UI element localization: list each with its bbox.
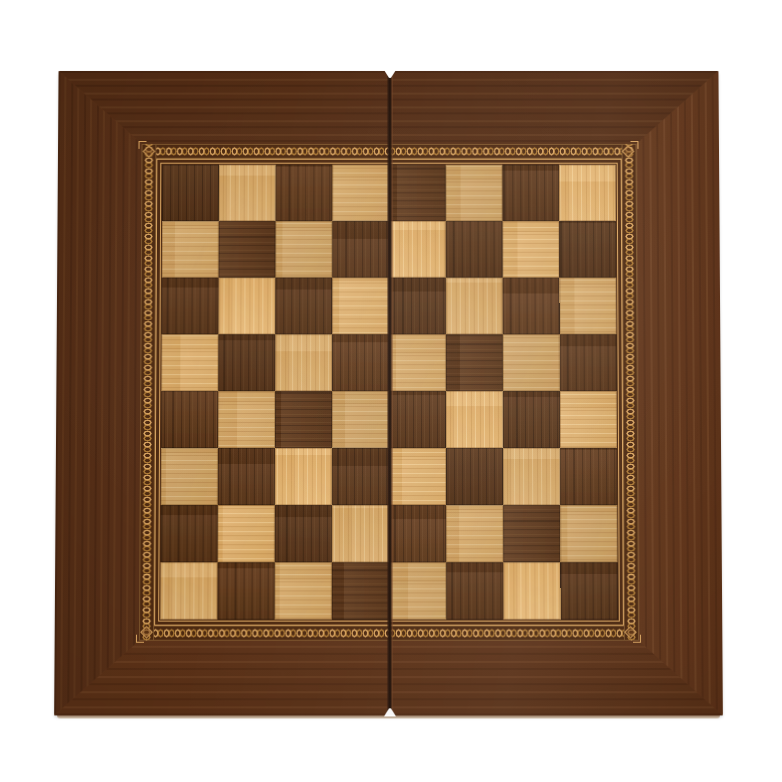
square-r8c1[interactable] [160,562,217,619]
chain-inlay-border-right [622,144,639,641]
square-r6c3[interactable] [275,448,332,505]
square-r4c5[interactable] [389,334,446,391]
square-r8c4[interactable] [332,562,389,619]
inlay-corner-motif-bottom-left [138,625,154,641]
square-r5c8[interactable] [560,391,617,448]
square-r5c7[interactable] [503,391,560,448]
square-r1c7[interactable] [502,165,559,221]
square-r4c6[interactable] [446,334,503,391]
square-r2c1[interactable] [162,221,219,278]
square-r4c8[interactable] [560,334,617,391]
square-r8c8[interactable] [560,562,617,619]
square-r8c5[interactable] [389,562,446,619]
square-r6c7[interactable] [503,448,560,505]
square-r2c2[interactable] [219,221,276,278]
square-r1c2[interactable] [219,165,276,221]
square-r1c6[interactable] [446,165,503,221]
page-background: { "game": "chess", "board_view": "empty … [0,0,782,782]
square-r7c4[interactable] [332,505,389,562]
square-r6c2[interactable] [218,448,275,505]
square-r8c3[interactable] [275,562,332,619]
hinge-fold-seam [387,71,393,715]
square-r7c1[interactable] [160,505,217,562]
square-r4c4[interactable] [332,334,389,391]
square-r6c6[interactable] [446,448,503,505]
square-r7c3[interactable] [275,505,332,562]
folding-chessboard [54,71,723,715]
square-r4c2[interactable] [218,334,275,391]
square-r4c7[interactable] [503,334,560,391]
square-r7c6[interactable] [446,505,503,562]
inlay-corner-motif-top-right [621,143,637,159]
square-r8c6[interactable] [446,562,503,619]
square-r7c8[interactable] [560,505,617,562]
square-r1c8[interactable] [559,165,616,221]
inlay-corner-motif-top-left [140,143,156,159]
square-r7c5[interactable] [389,505,446,562]
square-r2c5[interactable] [389,221,446,278]
square-r5c4[interactable] [332,391,389,448]
square-r3c4[interactable] [332,278,389,335]
square-r6c4[interactable] [332,448,389,505]
square-r2c6[interactable] [446,221,503,278]
inlay-corner-motif-bottom-right [623,625,639,641]
square-r8c2[interactable] [217,562,274,619]
square-r3c1[interactable] [162,278,219,335]
square-r2c4[interactable] [332,221,389,278]
square-r4c3[interactable] [275,334,332,391]
square-r5c6[interactable] [446,391,503,448]
square-r3c3[interactable] [275,278,332,335]
square-r3c7[interactable] [503,278,560,335]
square-r7c7[interactable] [503,505,560,562]
square-r2c3[interactable] [275,221,332,278]
square-r4c1[interactable] [161,334,218,391]
square-r3c2[interactable] [218,278,275,335]
square-r2c8[interactable] [559,221,616,278]
square-r5c5[interactable] [389,391,446,448]
square-r3c8[interactable] [559,278,616,335]
square-r1c5[interactable] [389,165,446,221]
square-r6c1[interactable] [161,448,218,505]
square-r3c5[interactable] [389,278,446,335]
square-r6c8[interactable] [560,448,617,505]
square-r6c5[interactable] [389,448,446,505]
square-r1c1[interactable] [162,165,219,221]
square-r1c4[interactable] [332,165,389,221]
square-r3c6[interactable] [446,278,503,335]
square-r1c3[interactable] [276,165,333,221]
square-r2c7[interactable] [502,221,559,278]
square-r7c2[interactable] [218,505,275,562]
square-r8c7[interactable] [503,562,560,619]
square-r5c2[interactable] [218,391,275,448]
square-r5c3[interactable] [275,391,332,448]
square-r5c1[interactable] [161,391,218,448]
